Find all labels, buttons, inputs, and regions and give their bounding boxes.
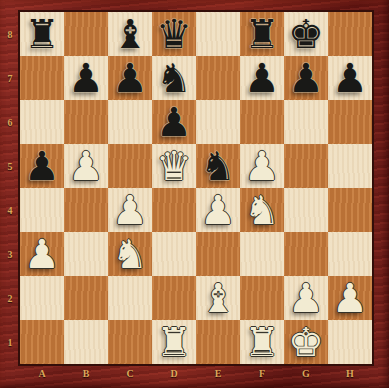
rank-labels: 87654321	[0, 12, 20, 364]
square-d6[interactable]: ♟	[152, 100, 196, 144]
square-g5[interactable]	[284, 144, 328, 188]
square-a6[interactable]	[20, 100, 64, 144]
square-b2[interactable]	[64, 276, 108, 320]
file-labels: ABCDEFGH	[20, 364, 372, 388]
piece-black-pawn[interactable]: ♟	[332, 58, 368, 98]
piece-white-bishop[interactable]: ♝	[200, 278, 236, 318]
rank-label-5: 5	[0, 144, 20, 188]
square-e3[interactable]	[196, 232, 240, 276]
file-label-h: H	[328, 364, 372, 388]
square-h1[interactable]	[328, 320, 372, 364]
square-h6[interactable]	[328, 100, 372, 144]
square-g4[interactable]	[284, 188, 328, 232]
square-b8[interactable]	[64, 12, 108, 56]
rank-label-6: 6	[0, 100, 20, 144]
square-g3[interactable]	[284, 232, 328, 276]
piece-black-knight[interactable]: ♞	[200, 146, 236, 186]
square-c8[interactable]: ♝	[108, 12, 152, 56]
piece-black-rook[interactable]: ♜	[244, 14, 280, 54]
square-h3[interactable]	[328, 232, 372, 276]
square-d1[interactable]: ♜	[152, 320, 196, 364]
file-label-f: F	[240, 364, 284, 388]
square-e1[interactable]	[196, 320, 240, 364]
file-label-e: E	[196, 364, 240, 388]
rank-label-1: 1	[0, 320, 20, 364]
file-label-d: D	[152, 364, 196, 388]
piece-white-rook[interactable]: ♜	[244, 322, 280, 362]
square-d7[interactable]: ♞	[152, 56, 196, 100]
square-h2[interactable]: ♟	[328, 276, 372, 320]
square-b7[interactable]: ♟	[64, 56, 108, 100]
piece-white-rook[interactable]: ♜	[156, 322, 192, 362]
piece-white-pawn[interactable]: ♟	[24, 234, 60, 274]
square-g2[interactable]: ♟	[284, 276, 328, 320]
square-a1[interactable]	[20, 320, 64, 364]
square-d5[interactable]: ♛	[152, 144, 196, 188]
square-g6[interactable]	[284, 100, 328, 144]
square-a5[interactable]: ♟	[20, 144, 64, 188]
square-e4[interactable]: ♟	[196, 188, 240, 232]
square-d3[interactable]	[152, 232, 196, 276]
square-g1[interactable]: ♚	[284, 320, 328, 364]
square-f2[interactable]	[240, 276, 284, 320]
file-label-c: C	[108, 364, 152, 388]
square-b6[interactable]	[64, 100, 108, 144]
square-f4[interactable]: ♞	[240, 188, 284, 232]
piece-black-bishop[interactable]: ♝	[112, 14, 148, 54]
square-b4[interactable]	[64, 188, 108, 232]
square-c7[interactable]: ♟	[108, 56, 152, 100]
square-a3[interactable]: ♟	[20, 232, 64, 276]
piece-white-knight[interactable]: ♞	[244, 190, 280, 230]
piece-white-king[interactable]: ♚	[288, 322, 324, 362]
piece-black-pawn[interactable]: ♟	[288, 58, 324, 98]
square-c2[interactable]	[108, 276, 152, 320]
piece-white-pawn[interactable]: ♟	[332, 278, 368, 318]
square-e6[interactable]	[196, 100, 240, 144]
square-e2[interactable]: ♝	[196, 276, 240, 320]
square-a2[interactable]	[20, 276, 64, 320]
piece-black-pawn[interactable]: ♟	[68, 58, 104, 98]
square-d4[interactable]	[152, 188, 196, 232]
square-b1[interactable]	[64, 320, 108, 364]
square-e5[interactable]: ♞	[196, 144, 240, 188]
piece-white-pawn[interactable]: ♟	[68, 146, 104, 186]
square-c5[interactable]	[108, 144, 152, 188]
square-f1[interactable]: ♜	[240, 320, 284, 364]
square-f8[interactable]: ♜	[240, 12, 284, 56]
file-label-b: B	[64, 364, 108, 388]
piece-black-king[interactable]: ♚	[288, 14, 324, 54]
rank-label-3: 3	[0, 232, 20, 276]
square-c4[interactable]: ♟	[108, 188, 152, 232]
square-h4[interactable]	[328, 188, 372, 232]
piece-white-pawn[interactable]: ♟	[200, 190, 236, 230]
piece-white-pawn[interactable]: ♟	[288, 278, 324, 318]
square-c3[interactable]: ♞	[108, 232, 152, 276]
chessboard-frame: 87654321 ♜♝♛♜♚♟♟♞♟♟♟♟♟♟♛♞♟♟♟♞♟♞♝♟♟♜♜♚ AB…	[0, 0, 389, 388]
square-c1[interactable]	[108, 320, 152, 364]
piece-black-pawn[interactable]: ♟	[156, 102, 192, 142]
square-h8[interactable]	[328, 12, 372, 56]
square-f6[interactable]	[240, 100, 284, 144]
piece-black-queen[interactable]: ♛	[156, 14, 192, 54]
square-f3[interactable]	[240, 232, 284, 276]
piece-white-queen[interactable]: ♛	[156, 146, 192, 186]
file-label-a: A	[20, 364, 64, 388]
square-c6[interactable]	[108, 100, 152, 144]
file-label-g: G	[284, 364, 328, 388]
square-g7[interactable]: ♟	[284, 56, 328, 100]
piece-white-pawn[interactable]: ♟	[112, 190, 148, 230]
square-h5[interactable]	[328, 144, 372, 188]
square-a8[interactable]: ♜	[20, 12, 64, 56]
piece-white-knight[interactable]: ♞	[112, 234, 148, 274]
square-e8[interactable]	[196, 12, 240, 56]
rank-label-4: 4	[0, 188, 20, 232]
square-f7[interactable]: ♟	[240, 56, 284, 100]
rank-label-8: 8	[0, 12, 20, 56]
square-a7[interactable]	[20, 56, 64, 100]
square-a4[interactable]	[20, 188, 64, 232]
square-g8[interactable]: ♚	[284, 12, 328, 56]
piece-black-pawn[interactable]: ♟	[244, 58, 280, 98]
piece-black-rook[interactable]: ♜	[24, 14, 60, 54]
rank-label-7: 7	[0, 56, 20, 100]
square-b3[interactable]	[64, 232, 108, 276]
square-b5[interactable]: ♟	[64, 144, 108, 188]
square-d2[interactable]	[152, 276, 196, 320]
square-e7[interactable]	[196, 56, 240, 100]
square-h7[interactable]: ♟	[328, 56, 372, 100]
piece-black-pawn[interactable]: ♟	[112, 58, 148, 98]
piece-white-pawn[interactable]: ♟	[244, 146, 280, 186]
piece-black-knight[interactable]: ♞	[156, 58, 192, 98]
board: ♜♝♛♜♚♟♟♞♟♟♟♟♟♟♛♞♟♟♟♞♟♞♝♟♟♜♜♚	[20, 12, 372, 364]
square-f5[interactable]: ♟	[240, 144, 284, 188]
rank-label-2: 2	[0, 276, 20, 320]
square-d8[interactable]: ♛	[152, 12, 196, 56]
piece-black-pawn[interactable]: ♟	[24, 146, 60, 186]
